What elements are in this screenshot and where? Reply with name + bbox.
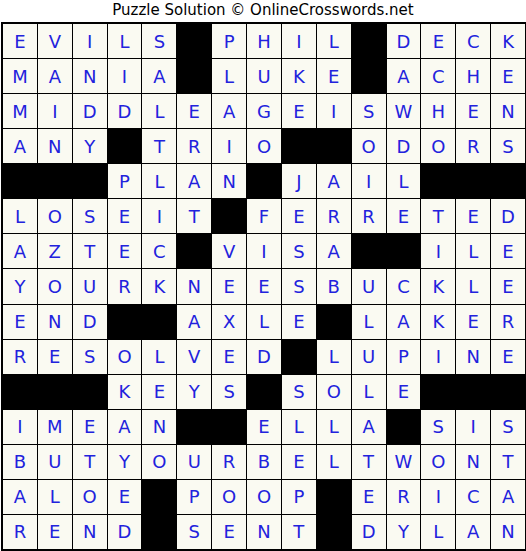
letter-cell-r3c13: H <box>421 94 455 128</box>
letter-cell-r9c11: L <box>352 305 386 339</box>
letter-cell-r2c8: U <box>247 59 281 93</box>
letter-cell-r14c14: C <box>456 480 490 514</box>
black-cell-r4c9 <box>282 129 316 163</box>
letter-cell-r13c5: O <box>142 445 176 479</box>
letter-cell-r6c13: T <box>421 199 455 233</box>
letter-cell-r2c7: L <box>212 59 246 93</box>
letter-cell-r15c8: N <box>247 515 281 549</box>
letter-cell-r12c13: S <box>421 410 455 444</box>
letter-cell-r1c8: H <box>247 24 281 58</box>
black-cell-r11c2 <box>38 375 72 409</box>
letter-cell-r4c2: N <box>38 129 72 163</box>
letter-cell-r5c10: A <box>317 164 351 198</box>
black-cell-r1c11 <box>352 24 386 58</box>
letter-cell-r14c15: A <box>491 480 525 514</box>
letter-cell-r13c4: Y <box>108 445 142 479</box>
letter-cell-r14c3: O <box>73 480 107 514</box>
black-cell-r9c4 <box>108 305 142 339</box>
letter-cell-r8c11: U <box>352 269 386 303</box>
letter-cell-r11c6: Y <box>177 375 211 409</box>
letter-cell-r12c11: A <box>352 410 386 444</box>
letter-cell-r11c5: E <box>142 375 176 409</box>
black-cell-r15c10 <box>317 515 351 549</box>
letter-cell-r7c5: C <box>142 234 176 268</box>
letter-cell-r13c6: U <box>177 445 211 479</box>
letter-cell-r10c15: E <box>491 340 525 374</box>
letter-cell-r10c12: P <box>387 340 421 374</box>
letter-cell-r10c5: L <box>142 340 176 374</box>
letter-cell-r8c5: K <box>142 269 176 303</box>
letter-cell-r4c15: S <box>491 129 525 163</box>
letter-cell-r6c1: L <box>3 199 37 233</box>
letter-cell-r6c6: T <box>177 199 211 233</box>
black-cell-r5c1 <box>3 164 37 198</box>
letter-cell-r3c1: M <box>3 94 37 128</box>
letter-cell-r13c7: R <box>212 445 246 479</box>
letter-cell-r10c1: R <box>3 340 37 374</box>
letter-cell-r7c10: A <box>317 234 351 268</box>
letter-cell-r9c1: E <box>3 305 37 339</box>
letter-cell-r15c11: D <box>352 515 386 549</box>
letter-cell-r5c12: L <box>387 164 421 198</box>
letter-cell-r12c3: E <box>73 410 107 444</box>
letter-cell-r11c12: E <box>387 375 421 409</box>
letter-cell-r7c3: T <box>73 234 107 268</box>
letter-cell-r5c6: A <box>177 164 211 198</box>
letter-cell-r2c3: N <box>73 59 107 93</box>
letter-cell-r7c4: E <box>108 234 142 268</box>
letter-cell-r8c6: N <box>177 269 211 303</box>
letter-cell-r6c11: R <box>352 199 386 233</box>
black-cell-r6c7 <box>212 199 246 233</box>
letter-cell-r3c14: E <box>456 94 490 128</box>
letter-cell-r3c9: E <box>282 94 316 128</box>
letter-cell-r13c14: N <box>456 445 490 479</box>
letter-cell-r12c9: L <box>282 410 316 444</box>
letter-cell-r13c9: E <box>282 445 316 479</box>
letter-cell-r15c14: A <box>456 515 490 549</box>
black-cell-r5c3 <box>73 164 107 198</box>
letter-cell-r10c11: U <box>352 340 386 374</box>
letter-cell-r9c6: A <box>177 305 211 339</box>
letter-cell-r15c13: L <box>421 515 455 549</box>
letter-cell-r13c15: T <box>491 445 525 479</box>
letter-cell-r4c11: O <box>352 129 386 163</box>
black-cell-r2c6 <box>177 59 211 93</box>
letter-cell-r6c8: F <box>247 199 281 233</box>
letter-cell-r3c6: E <box>177 94 211 128</box>
black-cell-r5c15 <box>491 164 525 198</box>
black-cell-r7c6 <box>177 234 211 268</box>
puzzle-solution-page: Puzzle Solution © OnlineCrosswords.net E… <box>0 0 526 551</box>
letter-cell-r1c7: P <box>212 24 246 58</box>
letter-cell-r4c5: T <box>142 129 176 163</box>
letter-cell-r3c15: N <box>491 94 525 128</box>
letter-cell-r1c13: E <box>421 24 455 58</box>
letter-cell-r8c14: L <box>456 269 490 303</box>
letter-cell-r7c13: I <box>421 234 455 268</box>
black-cell-r12c6 <box>177 410 211 444</box>
letter-cell-r6c15: D <box>491 199 525 233</box>
letter-cell-r3c3: D <box>73 94 107 128</box>
black-cell-r11c8 <box>247 375 281 409</box>
letter-cell-r1c4: L <box>108 24 142 58</box>
letter-cell-r11c10: O <box>317 375 351 409</box>
page-title: Puzzle Solution © OnlineCrosswords.net <box>0 0 526 22</box>
letter-cell-r4c6: R <box>177 129 211 163</box>
letter-cell-r6c9: E <box>282 199 316 233</box>
letter-cell-r10c14: N <box>456 340 490 374</box>
letter-cell-r8c3: U <box>73 269 107 303</box>
letter-cell-r13c10: L <box>317 445 351 479</box>
letter-cell-r3c8: G <box>247 94 281 128</box>
black-cell-r11c13 <box>421 375 455 409</box>
black-cell-r11c3 <box>73 375 107 409</box>
black-cell-r5c13 <box>421 164 455 198</box>
letter-cell-r10c7: E <box>212 340 246 374</box>
letter-cell-r15c2: E <box>38 515 72 549</box>
letter-cell-r4c7: I <box>212 129 246 163</box>
black-cell-r11c15 <box>491 375 525 409</box>
letter-cell-r7c14: L <box>456 234 490 268</box>
letter-cell-r8c12: C <box>387 269 421 303</box>
letter-cell-r12c8: E <box>247 410 281 444</box>
letter-cell-r12c2: M <box>38 410 72 444</box>
letter-cell-r13c13: O <box>421 445 455 479</box>
letter-cell-r15c12: Y <box>387 515 421 549</box>
letter-cell-r7c15: E <box>491 234 525 268</box>
letter-cell-r9c15: R <box>491 305 525 339</box>
letter-cell-r1c9: I <box>282 24 316 58</box>
letter-cell-r7c7: V <box>212 234 246 268</box>
letter-cell-r2c9: K <box>282 59 316 93</box>
letter-cell-r1c14: C <box>456 24 490 58</box>
letter-cell-r1c5: S <box>142 24 176 58</box>
black-cell-r5c14 <box>456 164 490 198</box>
letter-cell-r2c5: A <box>142 59 176 93</box>
black-cell-r7c11 <box>352 234 386 268</box>
letter-cell-r13c2: U <box>38 445 72 479</box>
letter-cell-r6c2: O <box>38 199 72 233</box>
letter-cell-r8c9: S <box>282 269 316 303</box>
letter-cell-r4c13: O <box>421 129 455 163</box>
letter-cell-r9c3: D <box>73 305 107 339</box>
black-cell-r9c5 <box>142 305 176 339</box>
letter-cell-r5c7: N <box>212 164 246 198</box>
black-cell-r10c9 <box>282 340 316 374</box>
letter-cell-r2c12: A <box>387 59 421 93</box>
letter-cell-r10c3: S <box>73 340 107 374</box>
black-cell-r4c4 <box>108 129 142 163</box>
letter-cell-r6c4: E <box>108 199 142 233</box>
letter-cell-r13c11: T <box>352 445 386 479</box>
letter-cell-r8c10: B <box>317 269 351 303</box>
letter-cell-r11c7: S <box>212 375 246 409</box>
letter-cell-r11c9: S <box>282 375 316 409</box>
letter-cell-r6c10: R <box>317 199 351 233</box>
letter-cell-r4c14: R <box>456 129 490 163</box>
letter-cell-r8c4: R <box>108 269 142 303</box>
black-cell-r12c12 <box>387 410 421 444</box>
letter-cell-r12c4: A <box>108 410 142 444</box>
letter-cell-r14c12: R <box>387 480 421 514</box>
letter-cell-r12c15: S <box>491 410 525 444</box>
letter-cell-r7c1: A <box>3 234 37 268</box>
letter-cell-r11c4: K <box>108 375 142 409</box>
letter-cell-r3c2: I <box>38 94 72 128</box>
letter-cell-r15c6: S <box>177 515 211 549</box>
letter-cell-r7c9: S <box>282 234 316 268</box>
letter-cell-r10c6: V <box>177 340 211 374</box>
letter-cell-r12c14: I <box>456 410 490 444</box>
letter-cell-r6c3: S <box>73 199 107 233</box>
letter-cell-r7c8: I <box>247 234 281 268</box>
letter-cell-r9c14: E <box>456 305 490 339</box>
black-cell-r2c11 <box>352 59 386 93</box>
black-cell-r9c10 <box>317 305 351 339</box>
letter-cell-r4c3: Y <box>73 129 107 163</box>
letter-cell-r2c15: E <box>491 59 525 93</box>
letter-cell-r3c12: W <box>387 94 421 128</box>
crossword-grid: EVILSPHILDECKMANIALUKEACHEMIDDLEAGEISWHE… <box>1 22 526 551</box>
letter-cell-r6c14: E <box>456 199 490 233</box>
letter-cell-r9c13: K <box>421 305 455 339</box>
letter-cell-r3c4: D <box>108 94 142 128</box>
letter-cell-r2c10: E <box>317 59 351 93</box>
letter-cell-r10c4: O <box>108 340 142 374</box>
letter-cell-r1c2: V <box>38 24 72 58</box>
letter-cell-r4c1: A <box>3 129 37 163</box>
letter-cell-r2c14: H <box>456 59 490 93</box>
letter-cell-r14c2: L <box>38 480 72 514</box>
black-cell-r5c2 <box>38 164 72 198</box>
letter-cell-r14c8: O <box>247 480 281 514</box>
letter-cell-r15c9: T <box>282 515 316 549</box>
letter-cell-r14c7: O <box>212 480 246 514</box>
letter-cell-r5c11: I <box>352 164 386 198</box>
letter-cell-r1c12: D <box>387 24 421 58</box>
letter-cell-r13c12: W <box>387 445 421 479</box>
black-cell-r11c14 <box>456 375 490 409</box>
letter-cell-r5c9: J <box>282 164 316 198</box>
letter-cell-r11c11: L <box>352 375 386 409</box>
letter-cell-r15c3: N <box>73 515 107 549</box>
letter-cell-r4c8: O <box>247 129 281 163</box>
letter-cell-r1c1: E <box>3 24 37 58</box>
letter-cell-r6c5: I <box>142 199 176 233</box>
letter-cell-r8c1: Y <box>3 269 37 303</box>
black-cell-r4c10 <box>317 129 351 163</box>
letter-cell-r2c4: I <box>108 59 142 93</box>
letter-cell-r8c15: E <box>491 269 525 303</box>
letter-cell-r9c2: N <box>38 305 72 339</box>
letter-cell-r3c11: S <box>352 94 386 128</box>
letter-cell-r13c1: B <box>3 445 37 479</box>
letter-cell-r10c2: E <box>38 340 72 374</box>
letter-cell-r9c12: A <box>387 305 421 339</box>
letter-cell-r8c13: K <box>421 269 455 303</box>
black-cell-r11c1 <box>3 375 37 409</box>
letter-cell-r12c10: L <box>317 410 351 444</box>
black-cell-r12c7 <box>212 410 246 444</box>
black-cell-r5c8 <box>247 164 281 198</box>
letter-cell-r5c5: L <box>142 164 176 198</box>
letter-cell-r12c1: I <box>3 410 37 444</box>
letter-cell-r9c9: E <box>282 305 316 339</box>
letter-cell-r8c2: O <box>38 269 72 303</box>
letter-cell-r13c8: B <box>247 445 281 479</box>
black-cell-r15c5 <box>142 515 176 549</box>
letter-cell-r1c10: L <box>317 24 351 58</box>
letter-cell-r10c8: D <box>247 340 281 374</box>
letter-cell-r14c13: I <box>421 480 455 514</box>
black-cell-r14c10 <box>317 480 351 514</box>
letter-cell-r2c1: M <box>3 59 37 93</box>
letter-cell-r13c3: T <box>73 445 107 479</box>
letter-cell-r6c12: E <box>387 199 421 233</box>
letter-cell-r14c6: P <box>177 480 211 514</box>
letter-cell-r9c8: L <box>247 305 281 339</box>
letter-cell-r10c10: L <box>317 340 351 374</box>
letter-cell-r14c9: P <box>282 480 316 514</box>
black-cell-r14c5 <box>142 480 176 514</box>
letter-cell-r14c1: A <box>3 480 37 514</box>
letter-cell-r2c13: C <box>421 59 455 93</box>
letter-cell-r14c11: E <box>352 480 386 514</box>
letter-cell-r5c4: P <box>108 164 142 198</box>
letter-cell-r7c2: Z <box>38 234 72 268</box>
black-cell-r1c6 <box>177 24 211 58</box>
letter-cell-r15c15: N <box>491 515 525 549</box>
letter-cell-r4c12: D <box>387 129 421 163</box>
letter-cell-r9c7: X <box>212 305 246 339</box>
black-cell-r7c12 <box>387 234 421 268</box>
letter-cell-r15c7: E <box>212 515 246 549</box>
letter-cell-r8c8: E <box>247 269 281 303</box>
letter-cell-r12c5: N <box>142 410 176 444</box>
letter-cell-r2c2: A <box>38 59 72 93</box>
letter-cell-r3c7: A <box>212 94 246 128</box>
letter-cell-r15c4: D <box>108 515 142 549</box>
letter-cell-r15c1: R <box>3 515 37 549</box>
letter-cell-r1c3: I <box>73 24 107 58</box>
letter-cell-r14c4: E <box>108 480 142 514</box>
letter-cell-r10c13: I <box>421 340 455 374</box>
letter-cell-r1c15: K <box>491 24 525 58</box>
letter-cell-r3c5: L <box>142 94 176 128</box>
letter-cell-r3c10: I <box>317 94 351 128</box>
letter-cell-r8c7: E <box>212 269 246 303</box>
